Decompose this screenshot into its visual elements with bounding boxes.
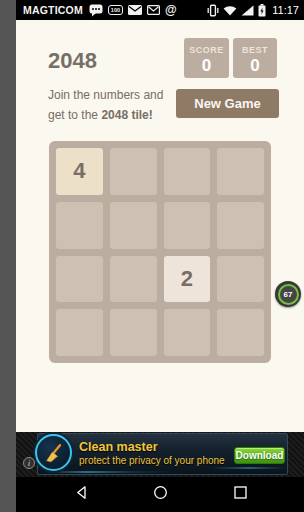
ad-streak-decoration	[212, 467, 286, 469]
tile-2: 2	[164, 256, 211, 303]
ad-title[interactable]: Clean master	[79, 440, 158, 454]
cell-empty	[110, 148, 157, 195]
score-value: 0	[184, 56, 229, 76]
mail-icon	[128, 5, 142, 15]
status-bar: MAGTICOM 100 @	[16, 0, 304, 20]
cell-empty	[110, 309, 157, 356]
memory-percent: 67	[278, 284, 299, 305]
score-label: SCORE	[184, 45, 229, 55]
memory-overlay-badge[interactable]: 67	[275, 281, 301, 307]
chat-bubble-icon	[89, 4, 103, 17]
best-label: BEST	[233, 45, 277, 55]
cell-empty	[164, 309, 211, 356]
page-title: 2048	[48, 50, 97, 72]
ad-info-icon[interactable]: i	[23, 457, 35, 469]
cell-empty	[164, 202, 211, 249]
board-2048[interactable]: 42	[49, 141, 271, 363]
score-box: SCORE 0	[184, 38, 229, 78]
recents-button[interactable]	[233, 485, 248, 500]
cell-empty	[217, 148, 264, 195]
instructions-goal: 2048 tile!	[101, 108, 152, 122]
cell-empty	[217, 309, 264, 356]
status-time: 11:17	[272, 4, 299, 16]
instructions-line2: get to the	[48, 108, 101, 122]
wifi-icon	[223, 5, 237, 16]
home-button[interactable]	[153, 485, 168, 500]
cell-empty	[56, 309, 103, 356]
best-value: 0	[233, 56, 277, 76]
game-instructions: Join the numbers and get to the 2048 til…	[48, 85, 163, 125]
vibrate-icon	[207, 4, 219, 17]
phone-screen: MAGTICOM 100 @	[16, 0, 304, 512]
new-game-button[interactable]: New Game	[176, 89, 279, 118]
at-sign-icon: @	[165, 4, 177, 16]
cell-empty	[217, 202, 264, 249]
tile-4: 4	[56, 148, 103, 195]
instructions-line1: Join the numbers and	[48, 88, 163, 102]
gmail-icon	[147, 5, 160, 15]
battery-charging-icon	[258, 4, 266, 17]
best-box: BEST 0	[233, 38, 277, 78]
ad-banner[interactable]: Clean master protect the privacy of your…	[16, 432, 304, 477]
cell-empty	[164, 148, 211, 195]
clean-master-logo-icon[interactable]	[35, 434, 72, 471]
android-nav-bar	[16, 477, 304, 512]
cell-signal-icon	[241, 5, 254, 16]
cell-empty	[56, 256, 103, 303]
back-button[interactable]	[74, 485, 89, 500]
ad-subtitle[interactable]: protect the privacy of your phone	[79, 455, 225, 466]
carrier-label: MAGTICOM	[23, 4, 83, 16]
download-button[interactable]: Download	[234, 447, 285, 464]
cell-empty	[110, 256, 157, 303]
cell-empty	[110, 202, 157, 249]
battery-100-badge: 100	[108, 5, 123, 15]
cell-empty	[217, 256, 264, 303]
cell-empty	[56, 202, 103, 249]
ad-streak-decoration	[44, 471, 174, 473]
